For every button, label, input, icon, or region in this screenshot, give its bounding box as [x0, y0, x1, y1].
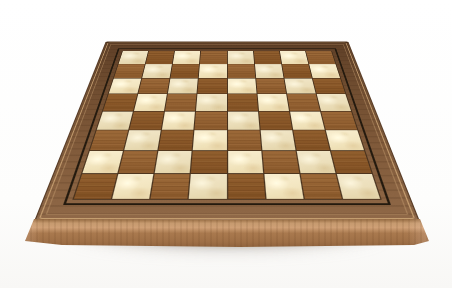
square-c3	[159, 130, 194, 150]
board-scene	[78, 0, 376, 260]
square-e8	[227, 51, 253, 64]
square-h8	[306, 51, 336, 64]
square-h5	[317, 94, 351, 110]
square-c4	[162, 111, 195, 129]
square-c2	[155, 151, 192, 173]
square-e2	[228, 151, 263, 173]
square-b1	[112, 174, 153, 199]
square-b2	[119, 151, 158, 173]
square-f3	[260, 130, 295, 150]
square-g7	[282, 64, 312, 78]
square-d7	[199, 64, 226, 78]
square-f8	[254, 51, 281, 64]
square-b7	[142, 64, 172, 78]
square-h7	[309, 64, 340, 78]
square-f6	[256, 79, 286, 94]
square-h6	[313, 79, 346, 94]
square-f7	[255, 64, 284, 78]
square-g8	[280, 51, 308, 64]
square-g5	[287, 94, 320, 110]
square-g3	[293, 130, 330, 150]
square-a3	[90, 130, 128, 150]
square-e4	[228, 111, 260, 129]
square-c5	[165, 94, 196, 110]
square-h1	[337, 174, 380, 199]
square-h3	[326, 130, 364, 150]
chessboard	[34, 41, 420, 221]
square-d3	[193, 130, 226, 150]
square-c8	[173, 51, 200, 64]
square-g1	[300, 174, 341, 199]
square-a2	[82, 151, 123, 173]
square-g6	[284, 79, 315, 94]
square-b8	[146, 51, 174, 64]
square-d1	[189, 174, 226, 199]
square-c7	[171, 64, 200, 78]
square-h2	[331, 151, 372, 173]
square-b4	[130, 111, 165, 129]
square-d5	[196, 94, 226, 110]
square-g2	[296, 151, 335, 173]
square-a4	[97, 111, 133, 129]
playing-field	[72, 51, 381, 200]
square-e5	[227, 94, 257, 110]
square-f5	[257, 94, 288, 110]
square-d4	[195, 111, 227, 129]
square-b6	[138, 79, 169, 94]
square-a1	[74, 174, 117, 199]
square-f1	[264, 174, 303, 199]
square-d8	[200, 51, 226, 64]
square-a6	[109, 79, 142, 94]
square-f2	[262, 151, 299, 173]
square-e3	[228, 130, 261, 150]
square-d2	[191, 151, 226, 173]
square-e7	[227, 64, 254, 78]
square-e6	[227, 79, 256, 94]
square-h4	[321, 111, 357, 129]
square-c1	[151, 174, 190, 199]
square-b5	[134, 94, 167, 110]
square-b3	[124, 130, 161, 150]
square-d6	[198, 79, 227, 94]
square-e1	[228, 174, 265, 199]
square-f4	[259, 111, 292, 129]
square-g4	[290, 111, 325, 129]
square-c6	[168, 79, 198, 94]
square-a5	[103, 94, 137, 110]
product-photo	[0, 0, 452, 288]
square-a8	[119, 51, 149, 64]
square-a7	[114, 64, 145, 78]
